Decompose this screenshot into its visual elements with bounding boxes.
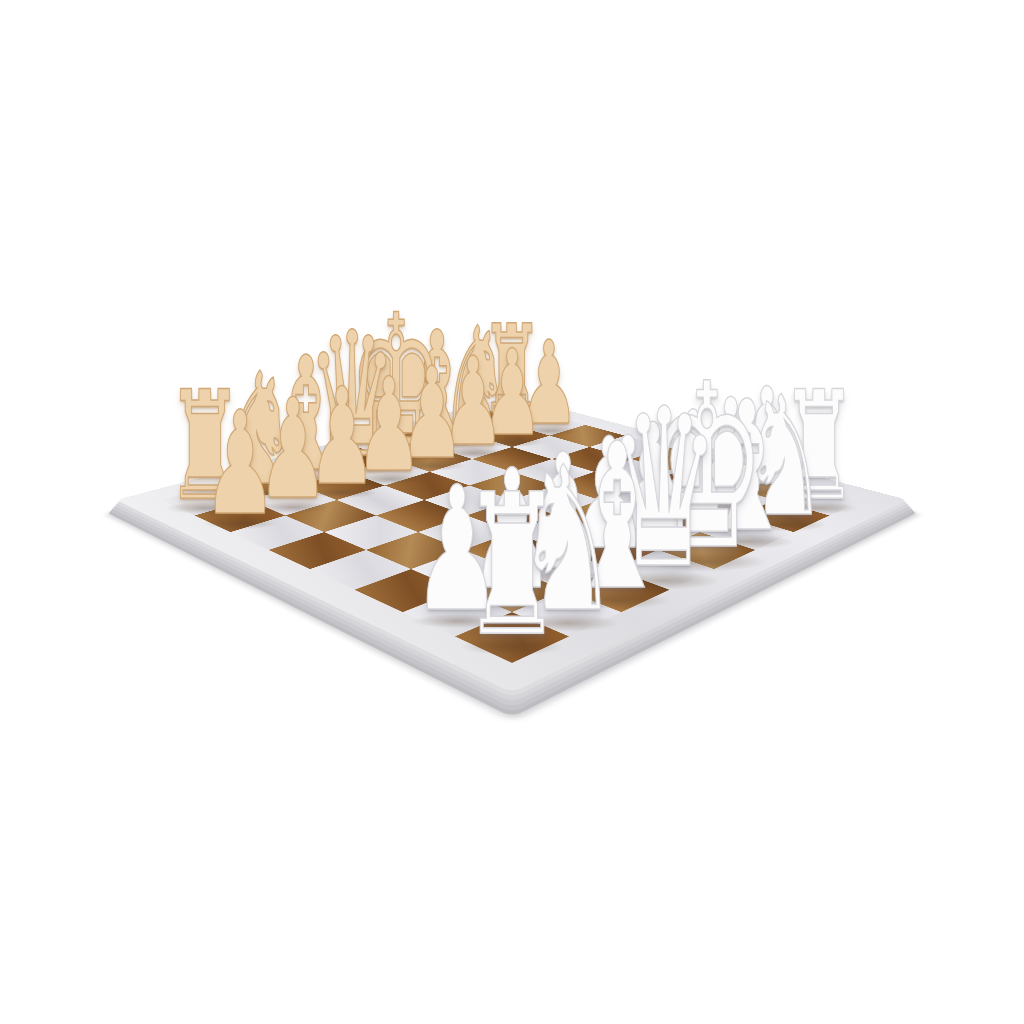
chess-scene: ♜♞♝♛♚♝♞♜♟♟♟♟♟♟♟♟♟♟♟♟♟♟♟♟♜♞♝♛♚♝♞♜ — [0, 0, 1024, 1024]
product-photo: ♜♞♝♛♚♝♞♜♟♟♟♟♟♟♟♟♟♟♟♟♟♟♟♟♜♞♝♛♚♝♞♜ — [0, 0, 1024, 1024]
board-grid — [161, 405, 862, 663]
chess-board — [116, 396, 908, 693]
